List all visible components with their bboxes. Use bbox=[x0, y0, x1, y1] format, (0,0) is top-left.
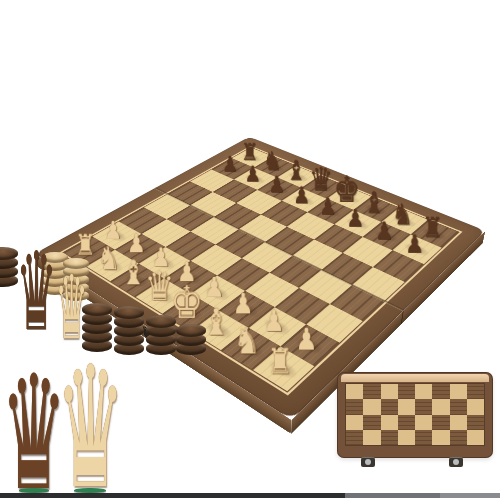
black-rook-a8: ♜ bbox=[238, 141, 262, 164]
spare-dark-queen: ♛ bbox=[16, 252, 56, 334]
folded-board-square bbox=[346, 399, 363, 414]
folded-board-square bbox=[381, 415, 398, 430]
folded-board-square bbox=[346, 384, 363, 399]
spare-dark-queen-glyph: ♛ bbox=[16, 250, 57, 334]
folded-board-checker-face bbox=[345, 383, 485, 446]
photo-stage: ♜♞♝♛♚♝♞♜♟♟♟♟♟♟♟♟♟♟♟♟♟♟♟♟♜♞♝♛♚♝♞♜ ♛ ♛ ♛ ♛ bbox=[0, 0, 500, 500]
folded-board-square bbox=[467, 415, 484, 430]
product-light-queen: ♛ bbox=[62, 366, 118, 493]
folded-board-square bbox=[363, 384, 380, 399]
product-dark-queen: ♛ bbox=[8, 372, 60, 493]
dark-checker-stack bbox=[146, 315, 176, 355]
folded-board-square bbox=[363, 415, 380, 430]
folded-board-square bbox=[432, 384, 449, 399]
folded-board-square bbox=[398, 415, 415, 430]
folded-board-square bbox=[346, 415, 363, 430]
dark-checker-disc bbox=[176, 324, 206, 337]
folded-board-square bbox=[398, 384, 415, 399]
folded-board-square bbox=[432, 415, 449, 430]
black-pawn-h7: ♟ bbox=[400, 231, 429, 256]
black-bishop-f8: ♝ bbox=[360, 188, 387, 217]
white-pawn-d2: ♟ bbox=[171, 259, 202, 286]
dark-checker-disc bbox=[146, 315, 176, 328]
dark-checker-disc bbox=[114, 306, 144, 319]
folded-board-square bbox=[415, 384, 432, 399]
folded-board-square bbox=[450, 384, 467, 399]
photo-bottom-edge bbox=[0, 493, 500, 498]
folded-board-square bbox=[467, 399, 484, 414]
dark-checker-stack bbox=[176, 324, 206, 355]
folded-latch-left bbox=[361, 457, 375, 467]
folded-board-square bbox=[467, 430, 484, 445]
folded-board-square bbox=[381, 430, 398, 445]
black-bishop-c8: ♝ bbox=[283, 157, 308, 184]
folded-board-top-edge bbox=[341, 374, 489, 382]
folded-board-square bbox=[450, 399, 467, 414]
folded-board-square bbox=[415, 399, 432, 414]
folded-board-square bbox=[450, 430, 467, 445]
folded-board-square bbox=[346, 430, 363, 445]
white-knight-b1: ♞ bbox=[94, 243, 124, 274]
black-rook-h8: ♜ bbox=[418, 214, 446, 242]
folded-board-square bbox=[381, 399, 398, 414]
folded-board-square bbox=[432, 430, 449, 445]
folded-board-square bbox=[398, 399, 415, 414]
folded-board-square bbox=[363, 399, 380, 414]
folded-board-square bbox=[398, 430, 415, 445]
folded-board-square bbox=[467, 384, 484, 399]
black-queen-d8: ♛ bbox=[308, 163, 334, 195]
square-d4 bbox=[215, 229, 265, 258]
white-pawn-e2: ♟ bbox=[198, 274, 230, 302]
folded-board-square bbox=[450, 415, 467, 430]
folded-latch-right bbox=[449, 457, 463, 467]
folded-board-square bbox=[415, 415, 432, 430]
white-pawn-f2: ♟ bbox=[227, 290, 260, 318]
product-light-queen-glyph: ♛ bbox=[55, 365, 124, 493]
folded-board-square bbox=[415, 430, 432, 445]
folded-chessboard bbox=[337, 372, 493, 458]
folded-board-square bbox=[363, 430, 380, 445]
chess-set-product-photo: { "game": "chess", "set_description": "f… bbox=[0, 0, 500, 500]
folded-board-square bbox=[432, 399, 449, 414]
folded-board-square bbox=[381, 384, 398, 399]
